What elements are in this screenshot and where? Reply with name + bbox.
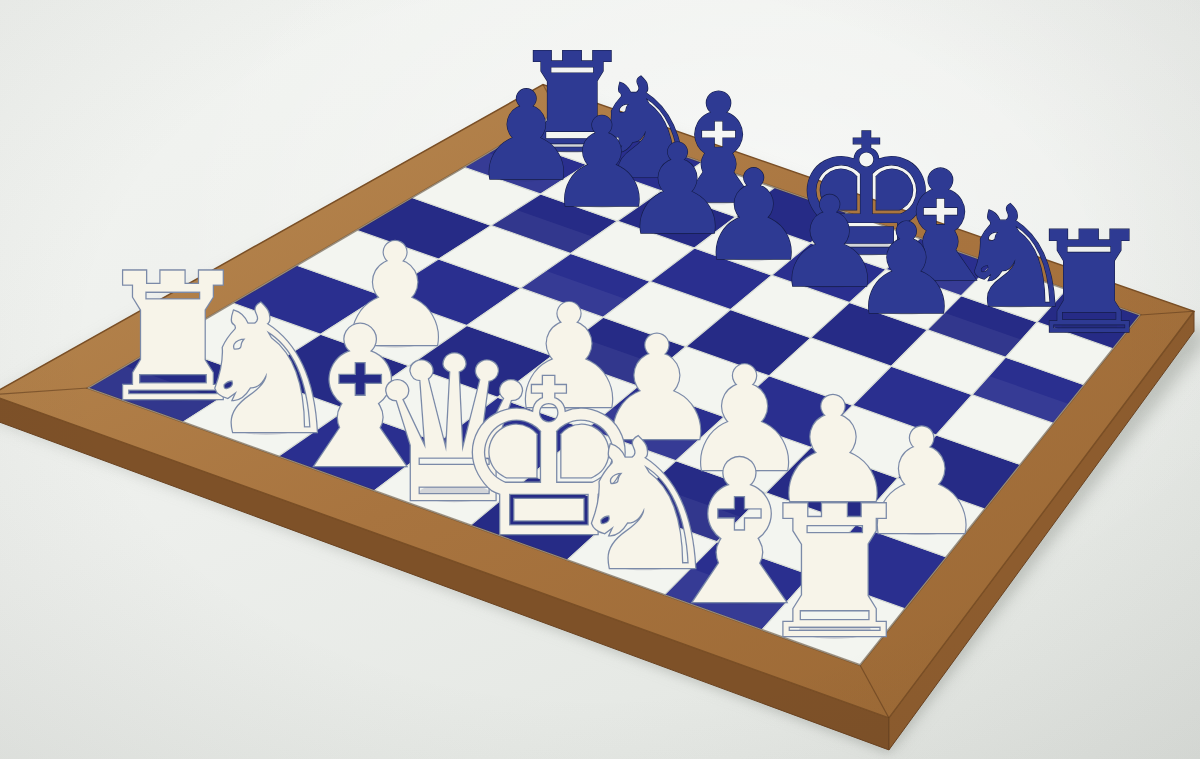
piece-glyph-h1: ♜ [754, 468, 917, 679]
photo-scene: ♜♞♟♝♟♟♚♟♝♟♞♟♜♟♜♟♞♟♝♟♛♟♚♟♞♝♜ [0, 0, 1200, 759]
piece-glyph-h8: ♜ [1026, 201, 1152, 365]
piece-glyph-f7: ♟ [850, 196, 963, 343]
piece-blue-pawn-f7: ♟ [850, 196, 963, 343]
piece-blue-rook-h8: ♜ [1026, 201, 1152, 365]
piece-white-rook-h1: ♜ [754, 468, 917, 679]
chessboard-photo: ♜♞♟♝♟♟♚♟♝♟♞♟♜♟♜♟♞♟♝♟♛♟♚♟♞♝♜ [0, 0, 1200, 759]
